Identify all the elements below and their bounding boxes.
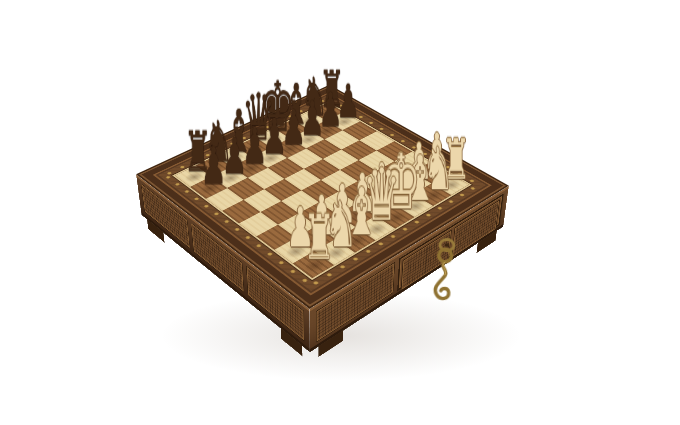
key-icon[interactable] [422, 237, 469, 310]
piece-black-pawn[interactable]: ♟ [201, 140, 227, 191]
product-photo-scene: Handcrafted carved walnut chess box with… [0, 0, 680, 425]
piece-white-rook[interactable]: ♜ [304, 207, 336, 269]
